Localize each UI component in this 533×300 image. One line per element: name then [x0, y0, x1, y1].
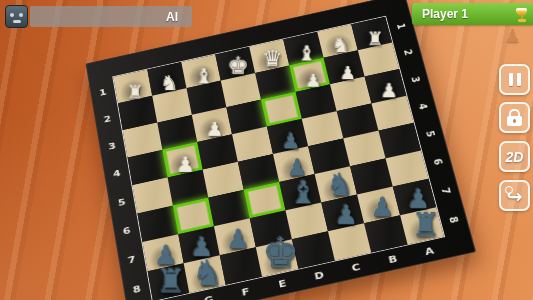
- square-h1[interactable]: ♜: [113, 69, 152, 103]
- square-e4[interactable]: [232, 127, 273, 162]
- piece-black-pawn-f7[interactable]: ♟: [220, 226, 257, 253]
- wood-table-background: 12345678 12345678 HGFEDCBA ♜♞♝♚♛♝♞♜♟♟♟♟♟…: [0, 0, 533, 300]
- piece-black-knight-g8[interactable]: ♞: [189, 255, 226, 291]
- square-g1[interactable]: ♞: [147, 62, 186, 96]
- piece-white-bishop-c1[interactable]: ♝: [289, 42, 324, 63]
- piece-black-pawn-b7[interactable]: ♟: [364, 194, 401, 221]
- piece-white-pawn-b2[interactable]: ♟: [330, 64, 365, 82]
- chessboard-3d: 12345678 12345678 HGFEDCBA ♜♞♝♚♛♝♞♜♟♟♟♟♟…: [70, 0, 476, 300]
- square-h3[interactable]: [123, 123, 163, 158]
- lock-button[interactable]: [499, 102, 530, 133]
- square-e1[interactable]: ♚: [215, 47, 255, 81]
- board-squares: ♜♞♝♚♛♝♞♜♟♟♟♟♟♟♟♝♞♟♟♟♟♟♟♜♞♚♜: [112, 16, 445, 300]
- piece-black-pawn-d4[interactable]: ♟: [273, 130, 309, 151]
- square-e5[interactable]: [238, 154, 279, 190]
- square-h8[interactable]: ♜: [148, 263, 190, 300]
- pause-button[interactable]: [499, 64, 530, 95]
- square-e8[interactable]: ♚: [256, 239, 299, 276]
- piece-white-rook-h1[interactable]: ♜: [118, 82, 153, 101]
- pause-icon: [509, 73, 513, 86]
- square-g4[interactable]: ♟: [162, 142, 202, 177]
- trophy-bowl: [516, 8, 527, 16]
- avatar-eye: [10, 13, 14, 17]
- padlock-icon: [507, 116, 522, 126]
- board-frame: 12345678 12345678 HGFEDCBA ♜♞♝♚♛♝♞♜♟♟♟♟♟…: [86, 0, 477, 300]
- piece-white-knight-b1[interactable]: ♞: [324, 35, 359, 55]
- square-b7[interactable]: ♟: [357, 187, 400, 224]
- human-player-label: Player 1: [422, 7, 468, 21]
- piece-white-pawn-g4[interactable]: ♟: [167, 154, 203, 175]
- square-h4[interactable]: [128, 150, 168, 185]
- clock-icon: [505, 186, 513, 194]
- piece-black-bishop-d6[interactable]: ♝: [285, 176, 322, 208]
- captured-pawn-icon: ♟: [504, 26, 521, 45]
- view-2d-label: 2D: [506, 149, 524, 165]
- square-f1[interactable]: ♝: [181, 54, 220, 88]
- piece-black-pawn-c7[interactable]: ♟: [328, 202, 365, 229]
- piece-black-knight-c6[interactable]: ♞: [321, 169, 358, 200]
- share-button[interactable]: ↪: [499, 180, 530, 211]
- square-a3[interactable]: ♟: [365, 69, 407, 103]
- square-d6[interactable]: ♝: [279, 174, 321, 210]
- square-f3[interactable]: ♟: [192, 107, 232, 142]
- view-2d-button[interactable]: 2D: [499, 141, 530, 172]
- piece-black-rook-h8[interactable]: ♜: [153, 266, 190, 299]
- board-plane: 12345678 12345678 HGFEDCBA ♜♞♝♚♛♝♞♜♟♟♟♟♟…: [86, 0, 477, 300]
- square-h5[interactable]: [132, 177, 172, 213]
- square-d3[interactable]: [261, 92, 302, 127]
- pause-icon: [517, 73, 521, 86]
- avatar-eye: [19, 13, 23, 17]
- trophy-icon: [514, 7, 529, 22]
- square-a5[interactable]: [378, 123, 421, 159]
- human-player-bar: Player 1: [412, 3, 533, 25]
- piece-black-king-e8[interactable]: ♚: [262, 233, 299, 274]
- ai-player-bar: AI: [30, 6, 192, 27]
- piece-white-pawn-f3[interactable]: ♟: [197, 120, 233, 140]
- piece-white-rook-a1[interactable]: ♜: [358, 29, 393, 48]
- piece-white-pawn-c2[interactable]: ♟: [295, 72, 330, 90]
- square-c6[interactable]: ♞: [315, 166, 357, 202]
- trophy-base: [518, 19, 526, 22]
- ai-player-label: AI: [166, 10, 178, 24]
- piece-white-knight-g1[interactable]: ♞: [152, 73, 187, 93]
- square-d4[interactable]: ♟: [267, 119, 308, 154]
- square-f5[interactable]: [203, 162, 244, 198]
- piece-white-king-e1[interactable]: ♚: [221, 54, 256, 78]
- piece-black-rook-a8[interactable]: ♜: [408, 209, 445, 242]
- avatar-mouth: [13, 20, 21, 23]
- piece-white-queen-d1[interactable]: ♛: [255, 48, 290, 71]
- piece-white-pawn-a3[interactable]: ♟: [371, 81, 407, 101]
- square-f7[interactable]: ♟: [214, 218, 256, 255]
- piece-white-bishop-f1[interactable]: ♝: [186, 65, 221, 86]
- square-g8[interactable]: ♞: [184, 255, 226, 293]
- square-g3[interactable]: [157, 115, 197, 150]
- square-a8[interactable]: ♜: [400, 207, 444, 244]
- ai-avatar-icon: [5, 5, 28, 28]
- square-a1[interactable]: ♜: [351, 17, 392, 50]
